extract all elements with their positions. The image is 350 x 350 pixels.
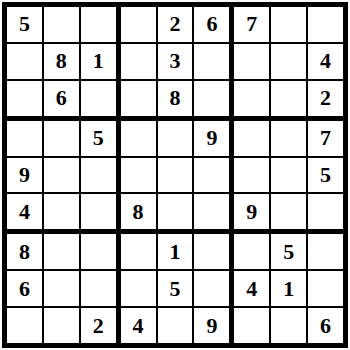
cell-r1c8[interactable] xyxy=(271,7,306,42)
cell-r9c7[interactable] xyxy=(234,308,269,343)
cell-r9c6[interactable]: 9 xyxy=(194,308,229,343)
cell-r6c5[interactable] xyxy=(158,194,193,229)
cell-r4c5[interactable] xyxy=(158,121,193,156)
cell-r5c4[interactable] xyxy=(121,158,156,193)
cell-r8c8[interactable]: 1 xyxy=(271,271,306,306)
cell-r3c3[interactable] xyxy=(81,81,116,116)
cell-r2c5[interactable]: 3 xyxy=(158,44,193,79)
cell-r8c7[interactable]: 4 xyxy=(234,271,269,306)
box-1-1: 5816 xyxy=(7,7,116,116)
cell-r2c3[interactable]: 1 xyxy=(81,44,116,79)
cell-r2c7[interactable] xyxy=(234,44,269,79)
cell-r2c9[interactable]: 4 xyxy=(308,44,343,79)
cell-r2c2[interactable]: 8 xyxy=(44,44,79,79)
cell-r4c8[interactable] xyxy=(271,121,306,156)
cell-r1c7[interactable]: 7 xyxy=(234,7,269,42)
box-3-3: 5416 xyxy=(234,234,343,343)
cell-r7c4[interactable] xyxy=(121,234,156,269)
box-1-2: 2638 xyxy=(121,7,230,116)
cell-r7c9[interactable] xyxy=(308,234,343,269)
cell-r2c6[interactable] xyxy=(194,44,229,79)
cell-r6c3[interactable] xyxy=(81,194,116,229)
cell-r8c4[interactable] xyxy=(121,271,156,306)
cell-r2c4[interactable] xyxy=(121,44,156,79)
cell-r8c6[interactable] xyxy=(194,271,229,306)
cell-r1c5[interactable]: 2 xyxy=(158,7,193,42)
cell-r6c1[interactable]: 4 xyxy=(7,194,42,229)
cell-r3c9[interactable]: 2 xyxy=(308,81,343,116)
cell-r5c8[interactable] xyxy=(271,158,306,193)
cell-r8c5[interactable]: 5 xyxy=(158,271,193,306)
box-3-1: 862 xyxy=(7,234,116,343)
cell-r8c2[interactable] xyxy=(44,271,79,306)
cell-r7c5[interactable]: 1 xyxy=(158,234,193,269)
cell-r4c3[interactable]: 5 xyxy=(81,121,116,156)
cell-r7c7[interactable] xyxy=(234,234,269,269)
cell-r4c7[interactable] xyxy=(234,121,269,156)
cell-r5c7[interactable] xyxy=(234,158,269,193)
cell-r8c9[interactable] xyxy=(308,271,343,306)
cell-r5c6[interactable] xyxy=(194,158,229,193)
cell-r7c8[interactable]: 5 xyxy=(271,234,306,269)
cell-r1c9[interactable] xyxy=(308,7,343,42)
cell-r4c1[interactable] xyxy=(7,121,42,156)
cell-r7c3[interactable] xyxy=(81,234,116,269)
cell-r9c5[interactable] xyxy=(158,308,193,343)
cell-r6c2[interactable] xyxy=(44,194,79,229)
cell-r3c6[interactable] xyxy=(194,81,229,116)
box-3-2: 1549 xyxy=(121,234,230,343)
cell-r5c2[interactable] xyxy=(44,158,79,193)
box-2-2: 98 xyxy=(121,121,230,230)
cell-r3c5[interactable]: 8 xyxy=(158,81,193,116)
cell-r3c7[interactable] xyxy=(234,81,269,116)
cell-r1c4[interactable] xyxy=(121,7,156,42)
cell-r4c9[interactable]: 7 xyxy=(308,121,343,156)
sudoku-board-frame: 581626387425949875986215495416 xyxy=(2,2,348,348)
cell-r8c3[interactable] xyxy=(81,271,116,306)
cell-r9c2[interactable] xyxy=(44,308,79,343)
cell-r6c7[interactable]: 9 xyxy=(234,194,269,229)
cell-r7c1[interactable]: 8 xyxy=(7,234,42,269)
cell-r3c8[interactable] xyxy=(271,81,306,116)
cell-r5c9[interactable]: 5 xyxy=(308,158,343,193)
cell-r7c2[interactable] xyxy=(44,234,79,269)
cell-r4c4[interactable] xyxy=(121,121,156,156)
cell-r1c2[interactable] xyxy=(44,7,79,42)
cell-r1c1[interactable]: 5 xyxy=(7,7,42,42)
cell-r2c1[interactable] xyxy=(7,44,42,79)
cell-r3c2[interactable]: 6 xyxy=(44,81,79,116)
box-1-3: 742 xyxy=(234,7,343,116)
cell-r4c6[interactable]: 9 xyxy=(194,121,229,156)
cell-r7c6[interactable] xyxy=(194,234,229,269)
cell-r6c9[interactable] xyxy=(308,194,343,229)
cell-r9c9[interactable]: 6 xyxy=(308,308,343,343)
cell-r9c8[interactable] xyxy=(271,308,306,343)
cell-r6c4[interactable]: 8 xyxy=(121,194,156,229)
box-2-3: 759 xyxy=(234,121,343,230)
cell-r3c1[interactable] xyxy=(7,81,42,116)
cell-r5c1[interactable]: 9 xyxy=(7,158,42,193)
box-2-1: 594 xyxy=(7,121,116,230)
sudoku-board: 581626387425949875986215495416 xyxy=(2,2,348,348)
cell-r2c8[interactable] xyxy=(271,44,306,79)
cell-r4c2[interactable] xyxy=(44,121,79,156)
cell-r3c4[interactable] xyxy=(121,81,156,116)
cell-r9c1[interactable] xyxy=(7,308,42,343)
cell-r6c6[interactable] xyxy=(194,194,229,229)
cell-r9c4[interactable]: 4 xyxy=(121,308,156,343)
cell-r6c8[interactable] xyxy=(271,194,306,229)
cell-r1c3[interactable] xyxy=(81,7,116,42)
cell-r5c3[interactable] xyxy=(81,158,116,193)
cell-r8c1[interactable]: 6 xyxy=(7,271,42,306)
cell-r5c5[interactable] xyxy=(158,158,193,193)
cell-r9c3[interactable]: 2 xyxy=(81,308,116,343)
cell-r1c6[interactable]: 6 xyxy=(194,7,229,42)
